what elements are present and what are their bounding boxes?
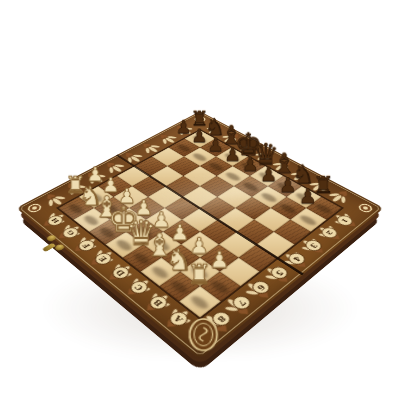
rook-glyph: ♜	[170, 246, 229, 302]
chess-set-photo: HGFEDCBA12345678 ♜♞♝♚♛♝♞♜♟♟♟♟♟♟♟♟♟♟♟♟♟♟♟…	[0, 0, 400, 400]
pawn-glyph: ♟	[282, 171, 333, 220]
